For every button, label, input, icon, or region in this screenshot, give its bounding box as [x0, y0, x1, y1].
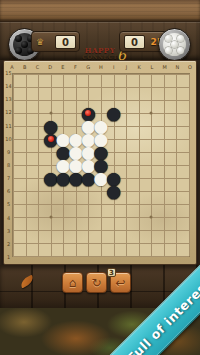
column-label: M: [162, 64, 166, 70]
player2-white-button[interactable]: [158, 28, 191, 61]
row-label: 9: [5, 149, 12, 155]
last-move-marker: [48, 136, 54, 142]
row-label: 4: [5, 215, 12, 221]
row-labels: 151413121110987654321: [5, 73, 12, 257]
star-point: [49, 112, 52, 115]
column-label: E: [61, 64, 64, 70]
row-label: 1: [5, 254, 12, 260]
column-label: O: [188, 64, 192, 70]
white-stones-icon: [163, 33, 186, 56]
grid-line: [13, 191, 189, 192]
top-wood-strip: [0, 0, 200, 22]
black-stone: ●: [107, 106, 121, 120]
player2-score: 0: [124, 35, 145, 49]
row-label: 8: [5, 162, 12, 168]
row-label: 3: [5, 228, 12, 234]
column-label: K: [138, 64, 141, 70]
row-label: 2: [5, 241, 12, 247]
ribbon-corner: Full of interest: [50, 205, 200, 355]
player1-score-panel: ♛ 0: [31, 31, 80, 52]
last-move-marker: [85, 110, 91, 116]
column-label: B: [23, 64, 26, 70]
row-label: 5: [5, 201, 12, 207]
row-label: 6: [5, 188, 12, 194]
logo-line1: HAPPY: [81, 47, 119, 54]
column-label: D: [48, 64, 52, 70]
top-bar: ♛ 0 HAPPY CONNECT 6 0 2P: [0, 22, 200, 60]
row-label: 13: [5, 96, 12, 102]
star-point: [150, 112, 153, 115]
trophy-icon: ♛: [36, 37, 44, 47]
row-label: 7: [5, 175, 12, 181]
black-stone: ●: [107, 184, 121, 198]
promo-ribbon-text: Full of interest: [124, 276, 200, 355]
row-label: 12: [5, 109, 12, 115]
promo-ribbon[interactable]: Full of interest: [75, 227, 200, 355]
column-label: J: [126, 64, 127, 70]
column-label: C: [36, 64, 40, 70]
column-label: F: [74, 64, 77, 70]
column-label: L: [150, 64, 153, 70]
row-label: 10: [5, 136, 12, 142]
column-label: H: [99, 64, 103, 70]
app-screen: ♛ 0 HAPPY CONNECT 6 0 2P ABCDEFGHIJKLMNO…: [0, 0, 200, 355]
game-logo: HAPPY CONNECT 6: [81, 47, 119, 61]
column-labels: ABCDEFGHIJKLMNO: [12, 64, 190, 72]
player1-score: 0: [55, 35, 76, 49]
column-label: I: [113, 64, 114, 70]
row-label: 11: [5, 123, 12, 129]
row-label: 14: [5, 83, 12, 89]
column-label: G: [86, 64, 90, 70]
column-label: N: [175, 64, 179, 70]
row-label: 15: [5, 70, 12, 76]
